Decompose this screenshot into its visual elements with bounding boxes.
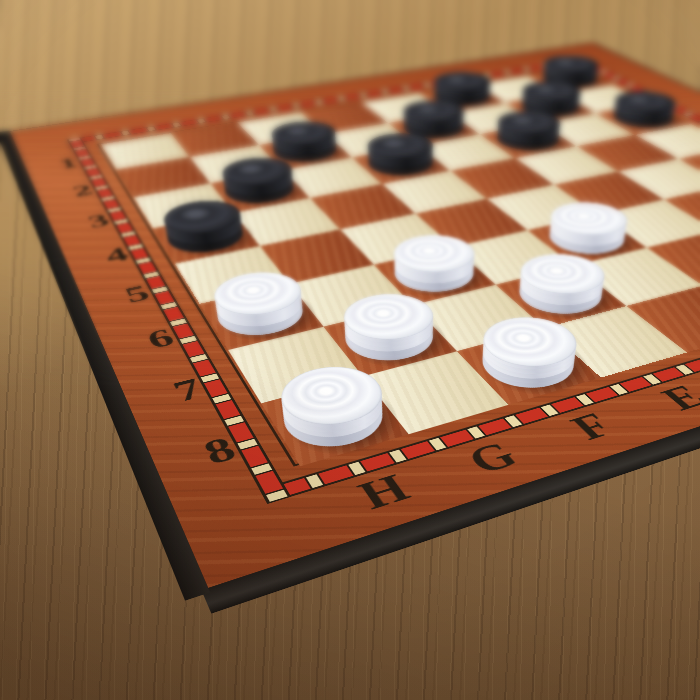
checkers-photo: HGFEDCBA87654321 bbox=[0, 0, 700, 700]
board-scene: HGFEDCBA87654321 bbox=[0, 0, 700, 700]
white-checker-h8 bbox=[271, 382, 399, 460]
checkers-board: HGFEDCBA87654321 bbox=[7, 42, 700, 592]
white-checker-f8 bbox=[466, 332, 591, 399]
square-g7 bbox=[324, 305, 457, 376]
square-h8 bbox=[261, 376, 408, 466]
